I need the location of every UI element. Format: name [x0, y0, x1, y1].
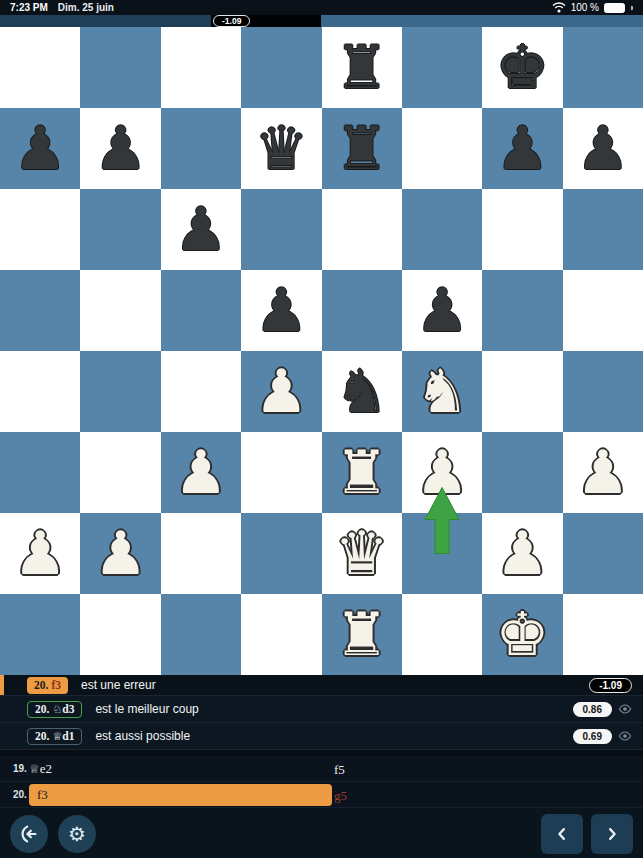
- square-d4[interactable]: ♟: [241, 351, 321, 432]
- square-b1[interactable]: [80, 594, 160, 675]
- square-b2[interactable]: ♟: [80, 513, 160, 594]
- square-h4[interactable]: [563, 351, 643, 432]
- square-h1[interactable]: [563, 594, 643, 675]
- square-a5[interactable]: [0, 270, 80, 351]
- analysis-panel: 20. f3 est une erreur -1.09 20. ♘d3 est …: [0, 675, 643, 750]
- black-move-g5[interactable]: g5: [334, 788, 347, 803]
- comment-text: est le meilleur coup: [95, 702, 198, 716]
- square-g1[interactable]: ♚: [482, 594, 562, 675]
- square-h8[interactable]: [563, 27, 643, 108]
- eval-pill: 0.86: [573, 702, 612, 717]
- black-rook-e8[interactable]: ♜: [335, 27, 389, 108]
- black-pawn-g7[interactable]: ♟: [496, 108, 550, 189]
- square-c7[interactable]: [161, 108, 241, 189]
- eval-bar-rest-segment: [321, 15, 643, 27]
- square-c8[interactable]: [161, 27, 241, 108]
- evaluation-bar: -1.09: [0, 15, 643, 27]
- square-h2[interactable]: [563, 513, 643, 594]
- square-f5[interactable]: ♟: [402, 270, 482, 351]
- square-a8[interactable]: [0, 27, 80, 108]
- exit-icon: [18, 823, 40, 845]
- square-a3[interactable]: [0, 432, 80, 513]
- analysis-row-possible[interactable]: 20. ♕d1 est aussi possible 0.69: [0, 723, 643, 750]
- move-san: f3: [51, 679, 61, 691]
- black-pawn-a7[interactable]: ♟: [13, 108, 67, 189]
- analysis-row-mistake[interactable]: 20. f3 est une erreur -1.09: [0, 675, 643, 696]
- battery-icon: [604, 3, 625, 13]
- white-pawn-g2[interactable]: ♟: [496, 513, 550, 594]
- square-f7[interactable]: [402, 108, 482, 189]
- square-h3[interactable]: ♟: [563, 432, 643, 513]
- analysis-row-best[interactable]: 20. ♘d3 est le meilleur coup 0.86: [0, 696, 643, 723]
- settings-button[interactable]: ⚙: [58, 815, 96, 853]
- white-rook-e1[interactable]: ♜: [335, 594, 389, 675]
- white-king-g1[interactable]: ♚: [496, 594, 550, 675]
- black-pawn-h7[interactable]: ♟: [576, 108, 630, 189]
- square-c2[interactable]: [161, 513, 241, 594]
- white-move-qe2[interactable]: ♕e2: [29, 761, 52, 777]
- square-d5[interactable]: ♟: [241, 270, 321, 351]
- move-san: d1: [62, 730, 74, 742]
- move-number: 20.: [13, 789, 29, 800]
- square-g3[interactable]: [482, 432, 562, 513]
- black-rook-e7[interactable]: ♜: [335, 108, 389, 189]
- square-g4[interactable]: [482, 351, 562, 432]
- move-number: 20.: [34, 679, 48, 691]
- white-move-f3-highlighted[interactable]: f3: [29, 784, 332, 806]
- battery-percent: 100 %: [571, 2, 599, 13]
- square-c5[interactable]: [161, 270, 241, 351]
- selected-row-indicator: [0, 675, 4, 695]
- previous-move-button[interactable]: [541, 814, 583, 854]
- square-c1[interactable]: [161, 594, 241, 675]
- clock: 7:23 PM: [10, 2, 48, 13]
- square-b6[interactable]: [80, 189, 160, 270]
- square-a2[interactable]: ♟: [0, 513, 80, 594]
- knight-figurine: ♘: [52, 703, 62, 716]
- white-pawn-a2[interactable]: ♟: [13, 513, 67, 594]
- eye-icon[interactable]: [618, 729, 632, 743]
- square-b4[interactable]: [80, 351, 160, 432]
- white-knight-f4[interactable]: ♞: [415, 351, 469, 432]
- eval-pill: 0.69: [573, 729, 612, 744]
- square-f8[interactable]: [402, 27, 482, 108]
- chevron-left-icon: [553, 825, 571, 843]
- square-b8[interactable]: [80, 27, 160, 108]
- square-g5[interactable]: [482, 270, 562, 351]
- comment-text: est aussi possible: [95, 729, 190, 743]
- white-pawn-c3[interactable]: ♟: [174, 432, 228, 513]
- move-number: 19.: [13, 763, 29, 774]
- black-king-g8[interactable]: ♚: [496, 27, 550, 108]
- black-pawn-c6[interactable]: ♟: [174, 189, 228, 270]
- square-a6[interactable]: [0, 189, 80, 270]
- square-e1[interactable]: ♜: [322, 594, 402, 675]
- eval-score-pill: -1.09: [213, 15, 250, 27]
- square-c3[interactable]: ♟: [161, 432, 241, 513]
- move-badge-nd3[interactable]: 20. ♘d3: [27, 701, 82, 718]
- white-pawn-b2[interactable]: ♟: [94, 513, 148, 594]
- square-c6[interactable]: ♟: [161, 189, 241, 270]
- square-h7[interactable]: ♟: [563, 108, 643, 189]
- square-g2[interactable]: ♟: [482, 513, 562, 594]
- queen-figurine: ♕: [52, 730, 62, 743]
- square-d7[interactable]: ♛: [241, 108, 321, 189]
- white-queen-e2[interactable]: ♛: [335, 513, 389, 594]
- square-f6[interactable]: [402, 189, 482, 270]
- eval-bar-white-segment: [0, 15, 211, 27]
- square-f4[interactable]: ♞: [402, 351, 482, 432]
- black-knight-e4[interactable]: ♞: [335, 351, 389, 432]
- white-pawn-f3[interactable]: ♟: [415, 432, 469, 513]
- square-h6[interactable]: [563, 189, 643, 270]
- move-badge-f3[interactable]: 20. f3: [27, 677, 68, 694]
- square-g8[interactable]: ♚: [482, 27, 562, 108]
- move-badge-qd1[interactable]: 20. ♕d1: [27, 728, 82, 745]
- black-move-f5[interactable]: f5: [334, 762, 345, 777]
- square-g7[interactable]: ♟: [482, 108, 562, 189]
- gear-icon: ⚙: [68, 822, 86, 846]
- move-row-20: 20. f3 g5: [0, 782, 643, 808]
- black-pawn-f5[interactable]: ♟: [415, 270, 469, 351]
- square-e2[interactable]: ♛: [322, 513, 402, 594]
- chevron-right-icon: [603, 825, 621, 843]
- square-b7[interactable]: ♟: [80, 108, 160, 189]
- date: Dim. 25 juin: [58, 2, 114, 13]
- square-f3[interactable]: ♟: [402, 432, 482, 513]
- square-e5[interactable]: [322, 270, 402, 351]
- square-e7[interactable]: ♜: [322, 108, 402, 189]
- square-d6[interactable]: [241, 189, 321, 270]
- eye-icon[interactable]: [618, 702, 632, 716]
- move-row-19: 19. ♕e2 f5: [0, 756, 643, 782]
- move-list: 19. ♕e2 f5 20. f3 g5: [0, 750, 643, 808]
- white-pawn-d4[interactable]: ♟: [254, 351, 308, 432]
- white-pawn-h3[interactable]: ♟: [576, 432, 630, 513]
- square-e4[interactable]: ♞: [322, 351, 402, 432]
- next-move-button[interactable]: [591, 814, 633, 854]
- square-g6[interactable]: [482, 189, 562, 270]
- black-pawn-d5[interactable]: ♟: [254, 270, 308, 351]
- square-e3[interactable]: ♜: [322, 432, 402, 513]
- wifi-icon: [552, 2, 566, 13]
- bottom-toolbar: ⚙: [0, 808, 643, 858]
- move-san: d3: [62, 703, 74, 715]
- square-d2[interactable]: [241, 513, 321, 594]
- eval-pill: -1.09: [589, 678, 632, 693]
- white-rook-e3[interactable]: ♜: [335, 432, 389, 513]
- black-pawn-b7[interactable]: ♟: [94, 108, 148, 189]
- app-screen: 7:23 PM Dim. 25 juin 100 % -1.09 ♜♚♟♟♛♜♟…: [0, 0, 643, 858]
- battery-nub: [631, 6, 633, 10]
- comment-text: est une erreur: [81, 678, 156, 692]
- status-bar: 7:23 PM Dim. 25 juin 100 %: [0, 0, 643, 15]
- square-h5[interactable]: [563, 270, 643, 351]
- square-b5[interactable]: [80, 270, 160, 351]
- square-d3[interactable]: [241, 432, 321, 513]
- square-f1[interactable]: [402, 594, 482, 675]
- square-b3[interactable]: [80, 432, 160, 513]
- square-a7[interactable]: ♟: [0, 108, 80, 189]
- square-f2[interactable]: [402, 513, 482, 594]
- square-d8[interactable]: [241, 27, 321, 108]
- square-a4[interactable]: [0, 351, 80, 432]
- square-d1[interactable]: [241, 594, 321, 675]
- move-number: 20.: [35, 703, 49, 715]
- square-e8[interactable]: ♜: [322, 27, 402, 108]
- square-a1[interactable]: [0, 594, 80, 675]
- square-c4[interactable]: [161, 351, 241, 432]
- square-e6[interactable]: [322, 189, 402, 270]
- black-queen-d7[interactable]: ♛: [254, 108, 308, 189]
- exit-analysis-button[interactable]: [10, 815, 48, 853]
- chess-board[interactable]: ♜♚♟♟♛♜♟♟♟♟♟♟♞♞♟♜♟♟♟♟♛♟♜♚: [0, 27, 643, 675]
- move-number: 20.: [35, 730, 49, 742]
